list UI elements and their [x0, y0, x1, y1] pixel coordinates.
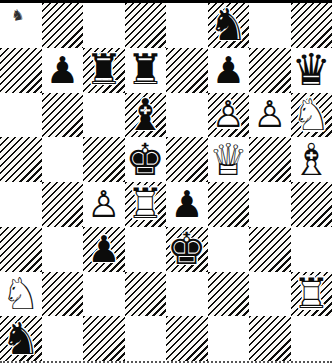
ink-smudge-artifact: ♞ — [11, 7, 25, 25]
square-f8: ♞ — [208, 3, 250, 48]
square-g7 — [249, 48, 291, 93]
square-a4 — [0, 182, 42, 227]
square-c3: ♟ — [83, 227, 125, 272]
square-g3 — [249, 227, 291, 272]
square-b3 — [42, 227, 84, 272]
square-d7: ♜ — [125, 48, 167, 93]
square-f3 — [208, 227, 250, 272]
square-f7: ♟ — [208, 48, 250, 93]
square-f2 — [208, 272, 250, 317]
square-b6 — [42, 93, 84, 138]
black-pawn-e4: ♟ — [166, 182, 208, 227]
white-pawn-c4: ♟♙ — [83, 182, 125, 227]
black-knight-f8: ♞ — [208, 3, 250, 48]
white-bishop-h5: ♝♗ — [291, 137, 332, 182]
square-e2 — [166, 272, 208, 317]
black-pawn-c3: ♟ — [83, 227, 125, 272]
black-rook-c7: ♜ — [83, 48, 125, 93]
black-queen-h7: ♛ — [291, 48, 332, 93]
square-g2 — [249, 272, 291, 317]
black-knight-a1: ♞ — [0, 316, 42, 361]
square-a2: ♞♘ — [0, 272, 42, 317]
chess-board: ♞♞♟♜♜♟♛♝♟♙♟♙♞♘♚♛♕♝♗♟♙♜♖♟♟♚♞♘♜♖♞ — [0, 0, 332, 363]
square-h1 — [291, 316, 332, 361]
square-b2 — [42, 272, 84, 317]
white-knight-a2: ♞♘ — [0, 272, 42, 317]
square-c7: ♜ — [83, 48, 125, 93]
square-h7: ♛ — [291, 48, 332, 93]
black-pawn-f7: ♟ — [208, 48, 250, 93]
square-g4 — [249, 182, 291, 227]
square-a1: ♞ — [0, 316, 42, 361]
white-pawn-f6: ♟♙ — [208, 93, 250, 138]
square-e4: ♟ — [166, 182, 208, 227]
square-d2 — [125, 272, 167, 317]
square-f1 — [208, 316, 250, 361]
square-c5 — [83, 137, 125, 182]
square-h2: ♜♖ — [291, 272, 332, 317]
square-b5 — [42, 137, 84, 182]
white-king-d5: ♚ — [125, 137, 167, 182]
square-f6: ♟♙ — [208, 93, 250, 138]
square-g5 — [249, 137, 291, 182]
square-e1 — [166, 316, 208, 361]
square-c1 — [83, 316, 125, 361]
square-d8 — [125, 3, 167, 48]
black-rook-d7: ♜ — [125, 48, 167, 93]
white-rook-h2: ♜♖ — [291, 272, 332, 317]
square-d4: ♜♖ — [125, 182, 167, 227]
square-a8: ♞ — [0, 3, 42, 48]
square-d6: ♝ — [125, 93, 167, 138]
square-e5 — [166, 137, 208, 182]
black-pawn-b7: ♟ — [42, 48, 84, 93]
square-g1 — [249, 316, 291, 361]
square-c4: ♟♙ — [83, 182, 125, 227]
white-rook-d4: ♜♖ — [125, 182, 167, 227]
square-h5: ♝♗ — [291, 137, 332, 182]
square-f5: ♛♕ — [208, 137, 250, 182]
white-pawn-g6: ♟♙ — [249, 93, 291, 138]
square-e3: ♚ — [166, 227, 208, 272]
square-e8 — [166, 3, 208, 48]
black-bishop-d6: ♝ — [125, 93, 167, 138]
square-b1 — [42, 316, 84, 361]
square-f4 — [208, 182, 250, 227]
square-e7 — [166, 48, 208, 93]
square-h8 — [291, 3, 332, 48]
square-c6 — [83, 93, 125, 138]
square-h6: ♞♘ — [291, 93, 332, 138]
square-h3 — [291, 227, 332, 272]
square-a3 — [0, 227, 42, 272]
white-queen-f5: ♛♕ — [208, 137, 250, 182]
square-e6 — [166, 93, 208, 138]
square-g6: ♟♙ — [249, 93, 291, 138]
square-a7 — [0, 48, 42, 93]
square-a5 — [0, 137, 42, 182]
scanned-diagram: ♞♞♟♜♜♟♛♝♟♙♟♙♞♘♚♛♕♝♗♟♙♜♖♟♟♚♞♘♜♖♞ — [0, 0, 332, 363]
square-d3 — [125, 227, 167, 272]
square-b4 — [42, 182, 84, 227]
square-g8 — [249, 3, 291, 48]
square-b8 — [42, 3, 84, 48]
square-c8 — [83, 3, 125, 48]
square-c2 — [83, 272, 125, 317]
square-a6 — [0, 93, 42, 138]
square-d5: ♚ — [125, 137, 167, 182]
black-king-e3: ♚ — [166, 227, 208, 272]
white-knight-h6: ♞♘ — [291, 93, 332, 138]
square-h4 — [291, 182, 332, 227]
square-b7: ♟ — [42, 48, 84, 93]
square-d1 — [125, 316, 167, 361]
